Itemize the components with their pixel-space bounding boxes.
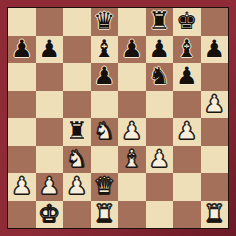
square-d3[interactable] bbox=[91, 146, 119, 174]
square-e5[interactable] bbox=[118, 91, 146, 119]
white-pawn[interactable]: ♟ bbox=[148, 146, 170, 174]
square-f8[interactable]: ♜ bbox=[146, 8, 174, 36]
white-pawn[interactable]: ♟ bbox=[176, 118, 198, 146]
square-b1[interactable]: ♚ bbox=[36, 201, 64, 229]
square-g1[interactable] bbox=[173, 201, 201, 229]
square-f6[interactable]: ♞ bbox=[146, 63, 174, 91]
square-b7[interactable]: ♟ bbox=[36, 36, 64, 64]
black-pawn[interactable]: ♟ bbox=[11, 36, 33, 64]
chess-board: ♛♜♚♟♟♝♟♟♝♟♟♞♟♟♜♞♟♟♞♝♟♟♟♟♛♚♜♜ bbox=[8, 8, 228, 228]
square-f4[interactable] bbox=[146, 118, 174, 146]
square-f7[interactable]: ♟ bbox=[146, 36, 174, 64]
white-knight[interactable]: ♞ bbox=[66, 146, 88, 174]
square-e3[interactable]: ♝ bbox=[118, 146, 146, 174]
square-h5[interactable]: ♟ bbox=[201, 91, 229, 119]
square-h2[interactable] bbox=[201, 173, 229, 201]
square-a8[interactable] bbox=[8, 8, 36, 36]
black-pawn[interactable]: ♟ bbox=[121, 36, 143, 64]
square-a4[interactable] bbox=[8, 118, 36, 146]
white-pawn[interactable]: ♟ bbox=[121, 118, 143, 146]
square-g2[interactable] bbox=[173, 173, 201, 201]
square-c1[interactable] bbox=[63, 201, 91, 229]
square-b6[interactable] bbox=[36, 63, 64, 91]
square-c5[interactable] bbox=[63, 91, 91, 119]
square-e4[interactable]: ♟ bbox=[118, 118, 146, 146]
square-b2[interactable]: ♟ bbox=[36, 173, 64, 201]
square-h3[interactable] bbox=[201, 146, 229, 174]
square-g8[interactable]: ♚ bbox=[173, 8, 201, 36]
square-e8[interactable] bbox=[118, 8, 146, 36]
square-b5[interactable] bbox=[36, 91, 64, 119]
square-d2[interactable]: ♛ bbox=[91, 173, 119, 201]
square-f3[interactable]: ♟ bbox=[146, 146, 174, 174]
black-knight[interactable]: ♞ bbox=[148, 63, 170, 91]
square-g4[interactable]: ♟ bbox=[173, 118, 201, 146]
square-e1[interactable] bbox=[118, 201, 146, 229]
square-d5[interactable] bbox=[91, 91, 119, 119]
black-pawn[interactable]: ♟ bbox=[93, 63, 115, 91]
white-knight[interactable]: ♞ bbox=[93, 118, 115, 146]
square-h8[interactable] bbox=[201, 8, 229, 36]
square-a7[interactable]: ♟ bbox=[8, 36, 36, 64]
white-rook[interactable]: ♜ bbox=[93, 201, 115, 229]
square-d8[interactable]: ♛ bbox=[91, 8, 119, 36]
square-d7[interactable]: ♝ bbox=[91, 36, 119, 64]
square-e2[interactable] bbox=[118, 173, 146, 201]
square-c3[interactable]: ♞ bbox=[63, 146, 91, 174]
square-d1[interactable]: ♜ bbox=[91, 201, 119, 229]
black-pawn[interactable]: ♟ bbox=[203, 36, 225, 64]
board-frame: ♛♜♚♟♟♝♟♟♝♟♟♞♟♟♜♞♟♟♞♝♟♟♟♟♛♚♜♜ bbox=[0, 0, 236, 236]
board-outline: ♛♜♚♟♟♝♟♟♝♟♟♞♟♟♜♞♟♟♞♝♟♟♟♟♛♚♜♜ bbox=[7, 7, 229, 229]
square-h4[interactable] bbox=[201, 118, 229, 146]
square-c8[interactable] bbox=[63, 8, 91, 36]
white-king[interactable]: ♚ bbox=[38, 201, 60, 229]
square-c4[interactable]: ♜ bbox=[63, 118, 91, 146]
square-a1[interactable] bbox=[8, 201, 36, 229]
black-pawn[interactable]: ♟ bbox=[148, 36, 170, 64]
white-pawn[interactable]: ♟ bbox=[11, 173, 33, 201]
square-g7[interactable]: ♝ bbox=[173, 36, 201, 64]
square-f2[interactable] bbox=[146, 173, 174, 201]
square-c2[interactable]: ♟ bbox=[63, 173, 91, 201]
square-e6[interactable] bbox=[118, 63, 146, 91]
white-pawn[interactable]: ♟ bbox=[66, 173, 88, 201]
square-h1[interactable]: ♜ bbox=[201, 201, 229, 229]
square-a6[interactable] bbox=[8, 63, 36, 91]
black-bishop[interactable]: ♝ bbox=[93, 36, 115, 64]
square-e7[interactable]: ♟ bbox=[118, 36, 146, 64]
black-pawn[interactable]: ♟ bbox=[176, 63, 198, 91]
square-b3[interactable] bbox=[36, 146, 64, 174]
white-pawn[interactable]: ♟ bbox=[203, 91, 225, 119]
white-bishop[interactable]: ♝ bbox=[121, 146, 143, 174]
square-g3[interactable] bbox=[173, 146, 201, 174]
square-h7[interactable]: ♟ bbox=[201, 36, 229, 64]
square-f5[interactable] bbox=[146, 91, 174, 119]
square-d4[interactable]: ♞ bbox=[91, 118, 119, 146]
white-rook[interactable]: ♜ bbox=[203, 201, 225, 229]
square-h6[interactable] bbox=[201, 63, 229, 91]
square-a5[interactable] bbox=[8, 91, 36, 119]
square-g5[interactable] bbox=[173, 91, 201, 119]
square-d6[interactable]: ♟ bbox=[91, 63, 119, 91]
black-rook[interactable]: ♜ bbox=[66, 118, 88, 146]
white-pawn[interactable]: ♟ bbox=[38, 173, 60, 201]
square-b8[interactable] bbox=[36, 8, 64, 36]
square-a3[interactable] bbox=[8, 146, 36, 174]
black-pawn[interactable]: ♟ bbox=[38, 36, 60, 64]
square-b4[interactable] bbox=[36, 118, 64, 146]
black-bishop[interactable]: ♝ bbox=[176, 36, 198, 64]
square-f1[interactable] bbox=[146, 201, 174, 229]
white-queen[interactable]: ♛ bbox=[93, 173, 115, 201]
square-c6[interactable] bbox=[63, 63, 91, 91]
square-c7[interactable] bbox=[63, 36, 91, 64]
black-queen[interactable]: ♛ bbox=[93, 8, 115, 36]
black-rook[interactable]: ♜ bbox=[148, 8, 170, 36]
black-king[interactable]: ♚ bbox=[176, 8, 198, 36]
square-a2[interactable]: ♟ bbox=[8, 173, 36, 201]
square-g6[interactable]: ♟ bbox=[173, 63, 201, 91]
